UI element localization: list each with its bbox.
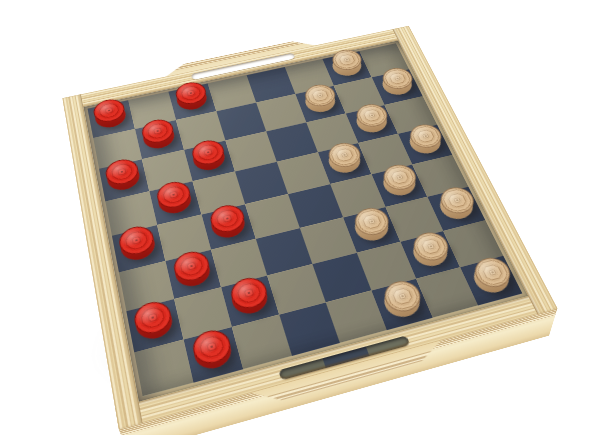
checker-red[interactable] — [173, 255, 214, 291]
checker-red[interactable] — [175, 88, 211, 115]
checker-wood[interactable] — [405, 129, 445, 158]
checker-red[interactable] — [156, 186, 195, 218]
checker-wood[interactable] — [408, 236, 452, 271]
checker-wood[interactable] — [350, 212, 392, 246]
checker-red[interactable] — [106, 164, 143, 195]
checker-red[interactable] — [191, 333, 235, 374]
checker-red[interactable] — [191, 145, 229, 175]
checker-red[interactable] — [94, 105, 129, 133]
checker-wood[interactable] — [329, 55, 365, 80]
photo-stage — [0, 0, 600, 435]
checker-wood[interactable] — [352, 109, 391, 137]
square-g2[interactable] — [400, 230, 460, 278]
checker-wood[interactable] — [435, 192, 478, 225]
checker-red[interactable] — [134, 305, 176, 344]
checker-red[interactable] — [141, 124, 177, 153]
checker-wood[interactable] — [325, 148, 365, 178]
checker-red[interactable] — [119, 231, 159, 266]
checker-red[interactable] — [208, 209, 248, 243]
scene — [0, 0, 600, 435]
checker-wood[interactable] — [379, 285, 424, 323]
checker-wood[interactable] — [302, 90, 339, 117]
checker-wood[interactable] — [379, 169, 420, 200]
square-b3[interactable] — [165, 249, 221, 298]
checker-wood[interactable] — [378, 73, 416, 99]
wooden-tray — [63, 25, 558, 429]
checker-wood[interactable] — [468, 262, 514, 299]
square-b5[interactable] — [149, 181, 201, 225]
checker-red[interactable] — [229, 281, 272, 319]
